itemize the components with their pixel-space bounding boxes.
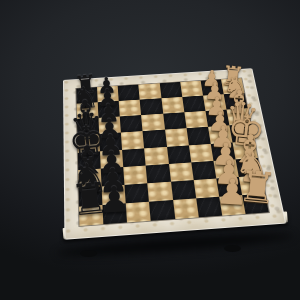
square-light xyxy=(161,97,184,114)
square-dark xyxy=(182,96,205,113)
square-light xyxy=(78,168,101,188)
square-dark xyxy=(242,193,269,214)
square-dark xyxy=(224,93,248,110)
square-light xyxy=(208,126,233,144)
square-light xyxy=(77,102,99,119)
square-light xyxy=(232,141,257,159)
square-dark xyxy=(167,145,191,164)
square-dark xyxy=(210,142,235,161)
square-dark xyxy=(159,82,182,98)
square-light xyxy=(102,185,126,205)
square-dark xyxy=(140,98,163,115)
square-light xyxy=(203,94,227,111)
square-dark xyxy=(170,180,195,200)
square-dark xyxy=(118,85,140,101)
square-dark xyxy=(122,148,146,167)
square-dark xyxy=(191,161,216,180)
square-light xyxy=(226,108,250,125)
board-squares-grid xyxy=(76,78,269,226)
square-dark xyxy=(186,127,210,145)
square-dark xyxy=(146,164,170,183)
square-light xyxy=(144,147,168,166)
square-dark xyxy=(99,133,122,151)
square-dark xyxy=(98,101,120,118)
square-light xyxy=(165,128,189,146)
square-light xyxy=(139,83,161,99)
square-light xyxy=(126,202,151,223)
square-light xyxy=(148,181,173,201)
square-light xyxy=(100,149,123,168)
square-light xyxy=(79,205,103,226)
square-dark xyxy=(196,197,222,218)
board-foot-right xyxy=(224,245,241,252)
square-light xyxy=(77,134,100,152)
square-dark xyxy=(76,87,98,103)
square-dark xyxy=(216,177,242,197)
square-light xyxy=(141,114,164,131)
square-dark xyxy=(143,130,167,148)
square-light xyxy=(184,111,208,128)
square-light xyxy=(193,178,219,198)
square-light xyxy=(97,86,119,102)
square-dark xyxy=(163,112,186,129)
square-light xyxy=(119,100,141,117)
square-light xyxy=(180,81,203,97)
square-light xyxy=(239,175,265,195)
square-light xyxy=(219,195,246,216)
square-dark xyxy=(125,183,150,203)
square-dark xyxy=(205,110,229,127)
square-light xyxy=(121,131,144,149)
square-light xyxy=(221,78,244,94)
square-dark xyxy=(229,124,254,142)
square-light xyxy=(99,117,122,135)
square-light xyxy=(123,165,147,184)
square-dark xyxy=(149,200,174,221)
square-dark xyxy=(101,167,125,187)
square-dark xyxy=(120,115,143,133)
square-dark xyxy=(235,158,261,177)
chess-board xyxy=(63,68,286,239)
square-light xyxy=(168,162,193,181)
square-dark xyxy=(77,118,99,136)
board-foot-left xyxy=(80,250,97,257)
square-dark xyxy=(79,186,103,206)
square-light xyxy=(189,144,214,163)
square-light xyxy=(213,159,238,178)
square-dark xyxy=(103,203,128,224)
square-light xyxy=(173,198,199,219)
photo-backdrop: ♜♞♝♛♚♝♞♜♟♟♟♟♟♟♟♟♟♟♟♟♟♟♟♟♜♞♝♛♚♝♞♜ xyxy=(0,0,300,300)
square-dark xyxy=(78,151,101,170)
square-dark xyxy=(200,79,223,95)
